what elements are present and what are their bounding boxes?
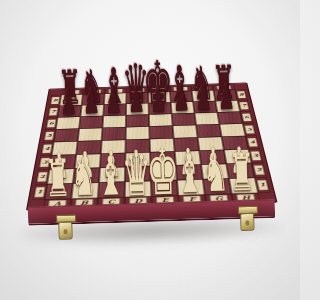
rank-label-right-1: 1: [255, 177, 271, 193]
rank-label-right-3: 3: [249, 149, 264, 163]
square-f1: [177, 179, 205, 195]
square-b4: [76, 141, 101, 155]
square-b6: [79, 116, 103, 129]
rank-label-left-3-label: 3: [39, 158, 50, 167]
square-g5: [196, 124, 222, 137]
rank-label-left-8-label: 8: [50, 97, 59, 104]
square-d4: [125, 139, 150, 153]
rank-label-right-6-label: 6: [242, 113, 252, 121]
square-a4: [52, 141, 78, 155]
rank-label-right-4-label: 4: [247, 138, 258, 147]
rank-label-right-8: 8: [235, 89, 248, 100]
square-h1: [229, 178, 258, 194]
square-e1: [151, 180, 178, 196]
square-h3: [224, 149, 252, 164]
square-h4: [222, 136, 249, 150]
chess-board-box: ABCDEFGH8877665544332211ABCDEFGH: [26, 83, 278, 211]
square-f8: [170, 91, 193, 103]
square-d7: [126, 103, 149, 115]
square-g1: [203, 178, 232, 194]
square-c1: [98, 182, 125, 198]
square-f5: [173, 125, 198, 138]
square-e4: [150, 138, 175, 152]
rank-label-left-5-label: 5: [44, 132, 54, 140]
square-g4: [198, 137, 224, 151]
square-f7: [171, 102, 195, 114]
square-b3: [75, 154, 101, 169]
square-f3: [175, 151, 201, 166]
square-g3: [199, 150, 226, 165]
photo-scene: ABCDEFGH8877665544332211ABCDEFGH ♜♞♝♛♚♝♞…: [0, 0, 300, 300]
square-h5: [219, 123, 245, 136]
square-d5: [126, 126, 150, 139]
square-g7: [193, 101, 217, 113]
square-d2: [125, 166, 151, 182]
square-h7: [215, 100, 240, 112]
rank-label-left-7-label: 7: [48, 108, 58, 116]
square-c6: [102, 115, 126, 128]
square-b5: [78, 128, 103, 141]
square-d3: [125, 152, 150, 167]
rank-label-right-5: 5: [243, 123, 257, 136]
clasp-hasp-icon: [240, 213, 255, 231]
square-a7: [58, 105, 82, 117]
square-b2: [73, 168, 100, 184]
square-a1: [45, 183, 73, 199]
rank-label-right-7: 7: [238, 100, 251, 112]
square-c8: [104, 93, 126, 105]
rank-label-left-1-label: 1: [34, 187, 46, 197]
rank-label-left-2-label: 2: [37, 172, 48, 182]
rank-label-right-8-label: 8: [237, 91, 247, 98]
square-h2: [226, 163, 255, 178]
square-g2: [201, 164, 229, 179]
rank-label-right-3-label: 3: [250, 151, 261, 160]
square-f2: [176, 165, 203, 180]
rank-label-right-5-label: 5: [244, 125, 255, 133]
rank-label-right-2: 2: [252, 163, 267, 178]
square-h6: [217, 112, 242, 125]
square-e8: [148, 92, 171, 104]
square-c4: [101, 140, 126, 154]
rank-label-right-1-label: 1: [257, 180, 269, 190]
rank-label-right-6: 6: [240, 111, 253, 123]
square-c7: [103, 104, 126, 116]
square-e2: [151, 165, 177, 181]
brass-clasp-right: [238, 206, 257, 232]
rank-label-left-6-label: 6: [46, 120, 56, 128]
square-a2: [47, 169, 75, 185]
square-h8: [213, 90, 237, 101]
square-e5: [149, 126, 173, 139]
square-d8: [126, 92, 148, 104]
rank-label-right-7-label: 7: [239, 102, 249, 110]
square-b7: [80, 104, 104, 116]
square-d6: [126, 114, 149, 127]
square-g8: [192, 90, 216, 102]
square-a6: [56, 117, 81, 130]
square-b8: [82, 94, 105, 106]
square-c2: [99, 167, 125, 183]
chess-board: ABCDEFGH8877665544332211ABCDEFGH: [31, 84, 272, 207]
square-f4: [174, 137, 200, 151]
rank-label-right-2-label: 2: [253, 165, 265, 175]
square-d1: [125, 181, 152, 197]
brass-clasp-left: [56, 214, 75, 240]
rank-label-left-4-label: 4: [42, 144, 53, 153]
square-c3: [100, 153, 126, 168]
square-a8: [59, 94, 82, 106]
clasp-hasp-icon: [58, 221, 73, 239]
square-e7: [149, 102, 172, 114]
square-a5: [54, 129, 79, 142]
square-c5: [102, 127, 126, 140]
rank-label-right-4: 4: [246, 136, 260, 149]
square-e3: [150, 151, 176, 166]
square-g6: [195, 112, 220, 125]
square-b1: [71, 183, 99, 199]
square-a3: [49, 155, 76, 170]
square-e6: [149, 114, 173, 127]
square-f6: [172, 113, 196, 126]
